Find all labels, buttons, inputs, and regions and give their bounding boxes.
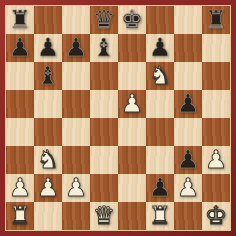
white-knight[interactable]: ♞: [149, 62, 171, 90]
square-f3[interactable]: [146, 146, 174, 174]
white-pawn[interactable]: ♟: [177, 174, 199, 202]
square-b3[interactable]: ♞: [34, 146, 62, 174]
square-a1[interactable]: ♜: [6, 202, 34, 230]
square-e2[interactable]: [118, 174, 146, 202]
square-f5[interactable]: [146, 90, 174, 118]
square-f8[interactable]: [146, 6, 174, 34]
square-g5[interactable]: ♟: [174, 90, 202, 118]
square-d7[interactable]: ♝: [90, 34, 118, 62]
black-bishop[interactable]: ♝: [93, 34, 115, 62]
chess-board-frame: ♜♛♚♜♟♟♟♝♟♝♞♟♟♞♟♟♟♟♟♟♟♜♛♜♚: [0, 0, 236, 236]
square-d8[interactable]: ♛: [90, 6, 118, 34]
square-a6[interactable]: [6, 62, 34, 90]
square-e1[interactable]: [118, 202, 146, 230]
square-a7[interactable]: ♟: [6, 34, 34, 62]
square-e4[interactable]: [118, 118, 146, 146]
square-g7[interactable]: [174, 34, 202, 62]
square-g8[interactable]: [174, 6, 202, 34]
square-h6[interactable]: [202, 62, 230, 90]
square-f7[interactable]: ♟: [146, 34, 174, 62]
black-rook[interactable]: ♜: [205, 6, 227, 34]
square-h7[interactable]: [202, 34, 230, 62]
black-bishop[interactable]: ♝: [37, 62, 59, 90]
square-e6[interactable]: [118, 62, 146, 90]
square-d6[interactable]: [90, 62, 118, 90]
square-c2[interactable]: ♟: [62, 174, 90, 202]
white-pawn[interactable]: ♟: [121, 90, 143, 118]
square-h5[interactable]: [202, 90, 230, 118]
square-g3[interactable]: ♟: [174, 146, 202, 174]
square-c3[interactable]: [62, 146, 90, 174]
square-f4[interactable]: [146, 118, 174, 146]
white-knight[interactable]: ♞: [37, 146, 59, 174]
chess-board: ♜♛♚♜♟♟♟♝♟♝♞♟♟♞♟♟♟♟♟♟♟♜♛♜♚: [5, 5, 231, 231]
square-d5[interactable]: [90, 90, 118, 118]
square-d4[interactable]: [90, 118, 118, 146]
black-pawn[interactable]: ♟: [9, 34, 31, 62]
white-rook[interactable]: ♜: [149, 202, 171, 230]
square-g1[interactable]: [174, 202, 202, 230]
square-h8[interactable]: ♜: [202, 6, 230, 34]
square-c7[interactable]: ♟: [62, 34, 90, 62]
square-g6[interactable]: [174, 62, 202, 90]
white-queen[interactable]: ♛: [93, 202, 115, 230]
white-rook[interactable]: ♜: [9, 202, 31, 230]
square-d3[interactable]: [90, 146, 118, 174]
black-rook[interactable]: ♜: [9, 6, 31, 34]
square-b2[interactable]: ♟: [34, 174, 62, 202]
square-e5[interactable]: ♟: [118, 90, 146, 118]
black-pawn[interactable]: ♟: [149, 34, 171, 62]
black-king[interactable]: ♚: [121, 6, 143, 34]
square-f6[interactable]: ♞: [146, 62, 174, 90]
square-c4[interactable]: [62, 118, 90, 146]
square-a4[interactable]: [6, 118, 34, 146]
square-f2[interactable]: ♟: [146, 174, 174, 202]
square-g4[interactable]: [174, 118, 202, 146]
square-e7[interactable]: [118, 34, 146, 62]
square-e8[interactable]: ♚: [118, 6, 146, 34]
square-h2[interactable]: [202, 174, 230, 202]
square-a2[interactable]: ♟: [6, 174, 34, 202]
square-c6[interactable]: [62, 62, 90, 90]
square-a5[interactable]: [6, 90, 34, 118]
square-d2[interactable]: [90, 174, 118, 202]
black-pawn[interactable]: ♟: [149, 174, 171, 202]
square-f1[interactable]: ♜: [146, 202, 174, 230]
black-queen[interactable]: ♛: [93, 6, 115, 34]
square-a3[interactable]: [6, 146, 34, 174]
black-pawn[interactable]: ♟: [177, 146, 199, 174]
square-b1[interactable]: [34, 202, 62, 230]
square-b5[interactable]: [34, 90, 62, 118]
square-b4[interactable]: [34, 118, 62, 146]
square-e3[interactable]: [118, 146, 146, 174]
black-pawn[interactable]: ♟: [65, 34, 87, 62]
square-a8[interactable]: ♜: [6, 6, 34, 34]
square-h1[interactable]: ♚: [202, 202, 230, 230]
square-c1[interactable]: [62, 202, 90, 230]
white-pawn[interactable]: ♟: [65, 174, 87, 202]
square-c8[interactable]: [62, 6, 90, 34]
white-pawn[interactable]: ♟: [205, 146, 227, 174]
white-pawn[interactable]: ♟: [37, 174, 59, 202]
square-b7[interactable]: ♟: [34, 34, 62, 62]
white-pawn[interactable]: ♟: [9, 174, 31, 202]
black-pawn[interactable]: ♟: [177, 90, 199, 118]
white-king[interactable]: ♚: [205, 202, 227, 230]
square-h3[interactable]: ♟: [202, 146, 230, 174]
square-h4[interactable]: [202, 118, 230, 146]
square-b8[interactable]: [34, 6, 62, 34]
square-g2[interactable]: ♟: [174, 174, 202, 202]
square-d1[interactable]: ♛: [90, 202, 118, 230]
square-b6[interactable]: ♝: [34, 62, 62, 90]
black-pawn[interactable]: ♟: [37, 34, 59, 62]
square-c5[interactable]: [62, 90, 90, 118]
